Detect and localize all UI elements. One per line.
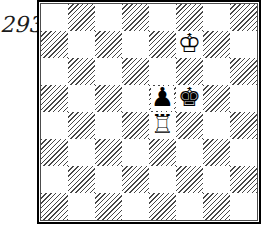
square-c4	[95, 112, 122, 139]
square-f4	[176, 112, 203, 139]
square-c1	[95, 193, 122, 220]
square-g7	[203, 31, 230, 58]
square-e2	[149, 166, 176, 193]
square-g3	[203, 139, 230, 166]
square-d5	[122, 85, 149, 112]
square-g4	[203, 112, 230, 139]
square-d1	[122, 193, 149, 220]
piece-black-king: ♚	[178, 85, 201, 111]
square-f8	[176, 4, 203, 31]
square-e8	[149, 4, 176, 31]
square-a6	[41, 58, 68, 85]
square-g6	[203, 58, 230, 85]
square-d7	[122, 31, 149, 58]
square-b1	[68, 193, 95, 220]
square-b3	[68, 139, 95, 166]
square-a4	[41, 112, 68, 139]
board-grid: ♔♟♚♖	[41, 4, 257, 220]
square-h2	[230, 166, 257, 193]
square-d6	[122, 58, 149, 85]
square-g8	[203, 4, 230, 31]
square-h4	[230, 112, 257, 139]
square-g2	[203, 166, 230, 193]
square-a5	[41, 85, 68, 112]
square-f6	[176, 58, 203, 85]
square-b8	[68, 4, 95, 31]
square-e6	[149, 58, 176, 85]
square-f7: ♔	[176, 31, 203, 58]
square-d8	[122, 4, 149, 31]
square-d4	[122, 112, 149, 139]
square-c8	[95, 4, 122, 31]
square-c5	[95, 85, 122, 112]
square-d2	[122, 166, 149, 193]
square-c7	[95, 31, 122, 58]
square-e1	[149, 193, 176, 220]
square-e7	[149, 31, 176, 58]
square-f5: ♚	[176, 85, 203, 112]
square-a2	[41, 166, 68, 193]
square-b6	[68, 58, 95, 85]
square-c6	[95, 58, 122, 85]
piece-white-rook: ♖	[151, 112, 174, 138]
square-b5	[68, 85, 95, 112]
square-a8	[41, 4, 68, 31]
square-h6	[230, 58, 257, 85]
square-d3	[122, 139, 149, 166]
square-a1	[41, 193, 68, 220]
diagram-number: 293	[0, 12, 37, 37]
square-b7	[68, 31, 95, 58]
square-h8	[230, 4, 257, 31]
square-b4	[68, 112, 95, 139]
square-e4: ♖	[149, 112, 176, 139]
chess-board: ♔♟♚♖	[37, 0, 261, 224]
square-h1	[230, 193, 257, 220]
square-c3	[95, 139, 122, 166]
square-h3	[230, 139, 257, 166]
square-h5	[230, 85, 257, 112]
piece-white-king: ♔	[178, 31, 201, 57]
piece-black-pawn: ♟	[151, 85, 174, 111]
square-f1	[176, 193, 203, 220]
square-e3	[149, 139, 176, 166]
square-g5	[203, 85, 230, 112]
square-f2	[176, 166, 203, 193]
board-inner-frame: ♔♟♚♖	[40, 3, 258, 221]
square-e5: ♟	[149, 85, 176, 112]
square-g1	[203, 193, 230, 220]
square-a3	[41, 139, 68, 166]
square-b2	[68, 166, 95, 193]
square-f3	[176, 139, 203, 166]
square-h7	[230, 31, 257, 58]
square-c2	[95, 166, 122, 193]
square-a7	[41, 31, 68, 58]
